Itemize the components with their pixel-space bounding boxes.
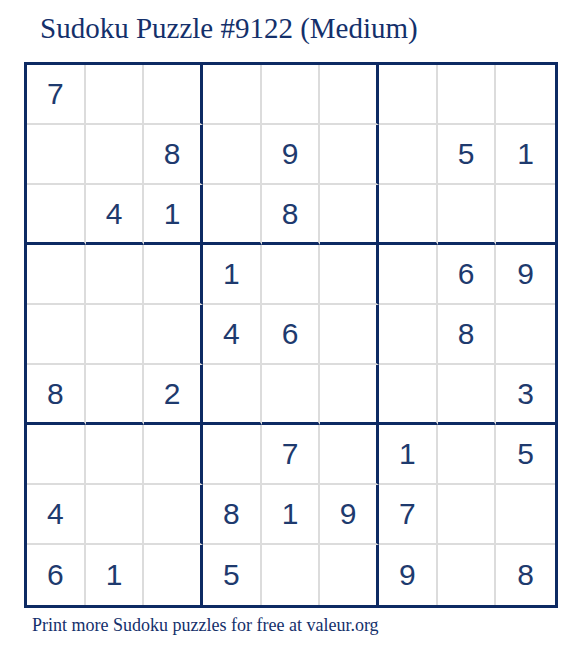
sudoku-cell-empty	[379, 125, 438, 185]
sudoku-cell-empty	[203, 365, 262, 425]
sudoku-cell-empty	[379, 65, 438, 125]
sudoku-cell-empty	[144, 245, 203, 305]
sudoku-cell-empty	[320, 125, 379, 185]
sudoku-cell-given: 5	[496, 425, 555, 485]
sudoku-cell-given: 7	[379, 485, 438, 545]
sudoku-cell-empty	[379, 305, 438, 365]
sudoku-cell-given: 6	[262, 305, 321, 365]
sudoku-cell-empty	[262, 365, 321, 425]
sudoku-cell-empty	[496, 185, 555, 245]
sudoku-cell-given: 5	[203, 545, 262, 605]
sudoku-cell-empty	[86, 485, 145, 545]
sudoku-cell-empty	[262, 65, 321, 125]
sudoku-cell-empty	[203, 425, 262, 485]
sudoku-cell-empty	[203, 185, 262, 245]
sudoku-cell-given: 9	[379, 545, 438, 605]
sudoku-cell-empty	[320, 365, 379, 425]
sudoku-cell-given: 6	[27, 545, 86, 605]
sudoku-cell-given: 4	[86, 185, 145, 245]
sudoku-cell-empty	[203, 65, 262, 125]
sudoku-cell-empty	[86, 305, 145, 365]
page-title: Sudoku Puzzle #9122 (Medium)	[40, 11, 418, 46]
sudoku-cell-empty	[320, 305, 379, 365]
sudoku-cell-given: 4	[203, 305, 262, 365]
sudoku-cell-given: 9	[262, 125, 321, 185]
sudoku-cell-empty	[379, 185, 438, 245]
sudoku-cell-given: 8	[144, 125, 203, 185]
sudoku-board: 789514181694688237154819761598	[24, 62, 558, 608]
sudoku-cell-empty	[144, 425, 203, 485]
sudoku-cell-empty	[496, 305, 555, 365]
sudoku-cell-empty	[320, 185, 379, 245]
sudoku-cell-empty	[27, 425, 86, 485]
sudoku-cell-empty	[27, 305, 86, 365]
sudoku-cell-empty	[320, 545, 379, 605]
sudoku-cell-empty	[86, 425, 145, 485]
sudoku-cell-given: 9	[320, 485, 379, 545]
sudoku-cell-empty	[438, 365, 497, 425]
sudoku-cell-empty	[86, 365, 145, 425]
sudoku-cell-given: 8	[438, 305, 497, 365]
sudoku-cell-empty	[496, 65, 555, 125]
sudoku-cell-empty	[86, 65, 145, 125]
sudoku-cell-given: 7	[27, 65, 86, 125]
sudoku-cell-empty	[438, 545, 497, 605]
sudoku-cell-given: 1	[86, 545, 145, 605]
sudoku-cell-empty	[496, 485, 555, 545]
sudoku-page: Sudoku Puzzle #9122 (Medium) 78951418169…	[0, 0, 574, 651]
sudoku-cell-empty	[144, 545, 203, 605]
sudoku-cell-given: 1	[262, 485, 321, 545]
sudoku-cell-given: 8	[496, 545, 555, 605]
sudoku-cell-given: 1	[144, 185, 203, 245]
sudoku-cell-empty	[27, 245, 86, 305]
sudoku-cell-empty	[438, 425, 497, 485]
sudoku-cell-empty	[262, 545, 321, 605]
sudoku-cell-empty	[379, 245, 438, 305]
sudoku-cell-empty	[144, 305, 203, 365]
sudoku-cell-given: 8	[262, 185, 321, 245]
sudoku-cell-given: 6	[438, 245, 497, 305]
sudoku-cell-empty	[262, 245, 321, 305]
sudoku-cell-empty	[320, 65, 379, 125]
sudoku-cell-empty	[379, 365, 438, 425]
sudoku-cell-empty	[438, 65, 497, 125]
sudoku-cell-empty	[144, 485, 203, 545]
sudoku-cell-given: 7	[262, 425, 321, 485]
sudoku-cell-given: 1	[203, 245, 262, 305]
sudoku-cell-given: 4	[27, 485, 86, 545]
sudoku-cell-empty	[144, 65, 203, 125]
sudoku-cell-empty	[438, 485, 497, 545]
sudoku-cell-empty	[320, 425, 379, 485]
sudoku-cell-given: 8	[203, 485, 262, 545]
sudoku-cell-given: 2	[144, 365, 203, 425]
sudoku-cell-given: 5	[438, 125, 497, 185]
sudoku-cell-given: 9	[496, 245, 555, 305]
sudoku-cell-empty	[86, 245, 145, 305]
sudoku-cell-empty	[320, 245, 379, 305]
sudoku-cell-empty	[86, 125, 145, 185]
sudoku-cell-given: 1	[379, 425, 438, 485]
footer-text: Print more Sudoku puzzles for free at va…	[32, 615, 379, 636]
sudoku-cell-given: 3	[496, 365, 555, 425]
sudoku-cell-given: 1	[496, 125, 555, 185]
sudoku-cell-empty	[438, 185, 497, 245]
sudoku-cell-empty	[27, 125, 86, 185]
sudoku-cell-empty	[203, 125, 262, 185]
sudoku-cell-empty	[27, 185, 86, 245]
sudoku-cell-given: 8	[27, 365, 86, 425]
